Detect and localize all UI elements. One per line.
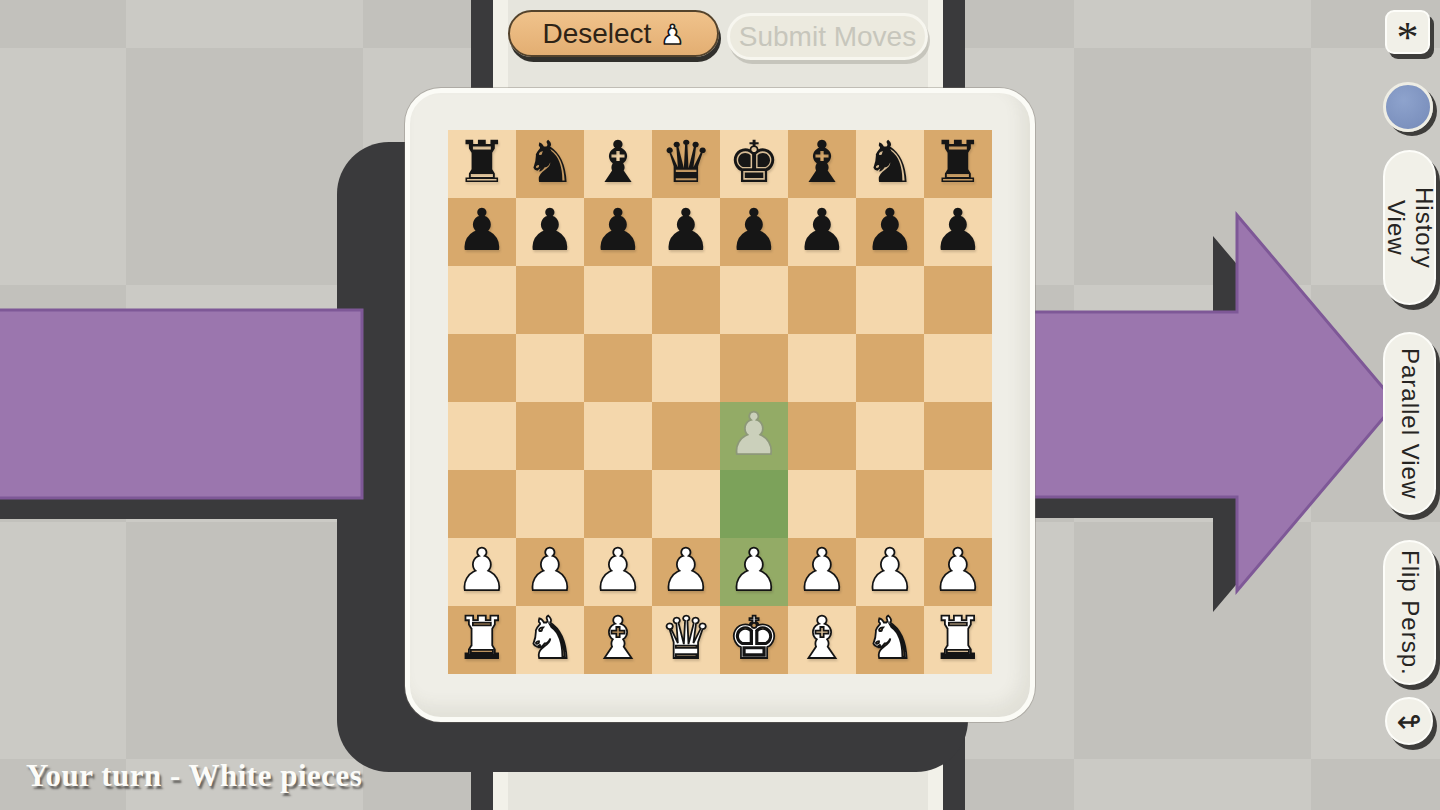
square-e6[interactable] [720, 266, 788, 334]
square-c6[interactable] [584, 266, 652, 334]
history-view-button[interactable]: History View [1383, 150, 1436, 305]
square-b6[interactable] [516, 266, 584, 334]
black-pawn: ♟ [592, 201, 644, 259]
white-pawn: ♟ [456, 541, 508, 599]
square-b5[interactable] [516, 334, 584, 402]
square-e3[interactable] [720, 470, 788, 538]
white-pawn: ♟ [592, 541, 644, 599]
square-c2[interactable]: ♟ [584, 538, 652, 606]
flip-perspective-button[interactable]: Flip Persp. [1383, 540, 1436, 685]
square-c5[interactable] [584, 334, 652, 402]
square-a3[interactable] [448, 470, 516, 538]
black-pawn: ♟ [660, 201, 712, 259]
white-queen: ♛ [660, 609, 712, 667]
square-e2[interactable]: ♟ [720, 538, 788, 606]
square-h6[interactable] [924, 266, 992, 334]
black-knight: ♞ [864, 133, 916, 191]
black-pawn: ♟ [796, 201, 848, 259]
square-h7[interactable]: ♟ [924, 198, 992, 266]
asterisk-icon: * [1397, 16, 1419, 60]
white-knight: ♞ [524, 609, 576, 667]
chess-board[interactable]: ♜♞♝♛♚♝♞♜♟♟♟♟♟♟♟♟♟♟♟♟♟♟♟♟♟♜♞♝♛♚♝♞♜ [448, 130, 992, 674]
square-b4[interactable] [516, 402, 584, 470]
black-rook: ♜ [932, 133, 984, 191]
square-a7[interactable]: ♟ [448, 198, 516, 266]
square-e8[interactable]: ♚ [720, 130, 788, 198]
black-pawn: ♟ [864, 201, 916, 259]
white-rook: ♜ [456, 609, 508, 667]
square-b2[interactable]: ♟ [516, 538, 584, 606]
square-f2[interactable]: ♟ [788, 538, 856, 606]
square-f6[interactable] [788, 266, 856, 334]
square-d5[interactable] [652, 334, 720, 402]
square-d8[interactable]: ♛ [652, 130, 720, 198]
white-rook: ♜ [932, 609, 984, 667]
submit-moves-button[interactable]: Submit Moves [727, 13, 928, 60]
square-b8[interactable]: ♞ [516, 130, 584, 198]
turn-status-text: Your turn - White pieces [26, 758, 362, 794]
square-e1[interactable]: ♚ [720, 606, 788, 674]
white-pawn: ♟ [796, 541, 848, 599]
black-pawn: ♟ [932, 201, 984, 259]
white-pawn-icon: ♟ [660, 21, 684, 48]
square-h8[interactable]: ♜ [924, 130, 992, 198]
square-f3[interactable] [788, 470, 856, 538]
square-b3[interactable] [516, 470, 584, 538]
square-g2[interactable]: ♟ [856, 538, 924, 606]
square-h1[interactable]: ♜ [924, 606, 992, 674]
square-d7[interactable]: ♟ [652, 198, 720, 266]
square-d2[interactable]: ♟ [652, 538, 720, 606]
black-pawn: ♟ [728, 201, 780, 259]
white-pawn: ♟ [728, 541, 780, 599]
black-king: ♚ [728, 133, 780, 191]
square-d1[interactable]: ♛ [652, 606, 720, 674]
black-bishop: ♝ [592, 133, 644, 191]
white-pawn: ♟ [932, 541, 984, 599]
square-f4[interactable] [788, 402, 856, 470]
deselect-label: Deselect [542, 18, 651, 50]
black-bishop: ♝ [796, 133, 848, 191]
square-c8[interactable]: ♝ [584, 130, 652, 198]
black-rook: ♜ [456, 133, 508, 191]
ghost-pawn: ♟ [728, 405, 780, 463]
square-c1[interactable]: ♝ [584, 606, 652, 674]
square-h2[interactable]: ♟ [924, 538, 992, 606]
square-a4[interactable] [448, 402, 516, 470]
square-c7[interactable]: ♟ [584, 198, 652, 266]
square-a2[interactable]: ♟ [448, 538, 516, 606]
parallel-view-button[interactable]: Parallel View [1383, 332, 1436, 515]
square-c4[interactable] [584, 402, 652, 470]
square-g5[interactable] [856, 334, 924, 402]
white-knight: ♞ [864, 609, 916, 667]
white-king: ♚ [728, 609, 780, 667]
square-f1[interactable]: ♝ [788, 606, 856, 674]
square-g8[interactable]: ♞ [856, 130, 924, 198]
square-e4[interactable]: ♟ [720, 402, 788, 470]
square-d3[interactable] [652, 470, 720, 538]
submit-label: Submit Moves [739, 21, 916, 53]
square-b1[interactable]: ♞ [516, 606, 584, 674]
square-h3[interactable] [924, 470, 992, 538]
square-a1[interactable]: ♜ [448, 606, 516, 674]
black-pawn: ♟ [524, 201, 576, 259]
black-pawn: ♟ [456, 201, 508, 259]
undo-button[interactable]: ↫ [1385, 697, 1433, 745]
right-arrow [1030, 215, 1396, 591]
black-queen: ♛ [660, 133, 712, 191]
square-d6[interactable] [652, 266, 720, 334]
black-knight: ♞ [524, 133, 576, 191]
deselect-button[interactable]: Deselect ♟ [508, 10, 719, 57]
left-arrow-shadow [0, 331, 338, 519]
square-f8[interactable]: ♝ [788, 130, 856, 198]
square-g6[interactable] [856, 266, 924, 334]
blue-player-disc[interactable] [1383, 82, 1433, 132]
square-e5[interactable] [720, 334, 788, 402]
square-g1[interactable]: ♞ [856, 606, 924, 674]
square-a5[interactable] [448, 334, 516, 402]
right-arrow-shadow [1006, 236, 1372, 612]
square-f7[interactable]: ♟ [788, 198, 856, 266]
square-h5[interactable] [924, 334, 992, 402]
white-pawn: ♟ [660, 541, 712, 599]
square-g4[interactable] [856, 402, 924, 470]
white-bishop: ♝ [592, 609, 644, 667]
white-bishop: ♝ [796, 609, 848, 667]
square-g3[interactable] [856, 470, 924, 538]
square-e7[interactable]: ♟ [720, 198, 788, 266]
asterisk-button[interactable]: * [1385, 10, 1430, 54]
square-c3[interactable] [584, 470, 652, 538]
square-f5[interactable] [788, 334, 856, 402]
square-g7[interactable]: ♟ [856, 198, 924, 266]
white-pawn: ♟ [524, 541, 576, 599]
undo-loop-arrow-icon: ↫ [1396, 704, 1421, 739]
white-pawn: ♟ [864, 541, 916, 599]
square-d4[interactable] [652, 402, 720, 470]
square-h4[interactable] [924, 402, 992, 470]
square-a8[interactable]: ♜ [448, 130, 516, 198]
app-window: ♜♞♝♛♚♝♞♜♟♟♟♟♟♟♟♟♟♟♟♟♟♟♟♟♟♜♞♝♛♚♝♞♜ Desele… [0, 0, 1440, 810]
square-b7[interactable]: ♟ [516, 198, 584, 266]
left-arrow [0, 310, 362, 498]
square-a6[interactable] [448, 266, 516, 334]
